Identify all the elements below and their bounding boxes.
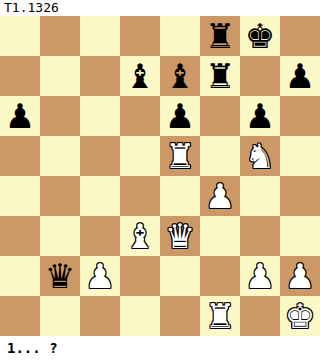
square-a4[interactable] xyxy=(0,176,40,216)
square-h1[interactable]: ♚ xyxy=(280,296,320,336)
white-pawn[interactable]: ♟ xyxy=(85,256,115,296)
square-c1[interactable] xyxy=(80,296,120,336)
square-b6[interactable] xyxy=(40,96,80,136)
square-e6[interactable]: ♟ xyxy=(160,96,200,136)
square-a1[interactable] xyxy=(0,296,40,336)
square-g1[interactable] xyxy=(240,296,280,336)
square-g8[interactable]: ♚ xyxy=(240,16,280,56)
square-h8[interactable] xyxy=(280,16,320,56)
square-h7[interactable]: ♟ xyxy=(280,56,320,96)
square-e5[interactable]: ♜ xyxy=(160,136,200,176)
square-f5[interactable] xyxy=(200,136,240,176)
move-prompt: 1... ? xyxy=(0,336,320,360)
square-d4[interactable] xyxy=(120,176,160,216)
square-b2[interactable]: ♛ xyxy=(40,256,80,296)
square-a2[interactable] xyxy=(0,256,40,296)
white-pawn[interactable]: ♟ xyxy=(205,176,235,216)
black-queen[interactable]: ♛ xyxy=(45,256,75,296)
black-pawn[interactable]: ♟ xyxy=(5,96,35,136)
square-e3[interactable]: ♛ xyxy=(160,216,200,256)
white-bishop[interactable]: ♝ xyxy=(125,216,155,256)
square-g3[interactable] xyxy=(240,216,280,256)
square-f7[interactable]: ♜ xyxy=(200,56,240,96)
square-a3[interactable] xyxy=(0,216,40,256)
black-pawn[interactable]: ♟ xyxy=(245,96,275,136)
square-e1[interactable] xyxy=(160,296,200,336)
square-h5[interactable] xyxy=(280,136,320,176)
square-f4[interactable]: ♟ xyxy=(200,176,240,216)
square-e8[interactable] xyxy=(160,16,200,56)
square-d6[interactable] xyxy=(120,96,160,136)
square-f6[interactable] xyxy=(200,96,240,136)
square-c4[interactable] xyxy=(80,176,120,216)
white-pawn[interactable]: ♟ xyxy=(245,256,275,296)
white-rook[interactable]: ♜ xyxy=(205,296,235,336)
square-c2[interactable]: ♟ xyxy=(80,256,120,296)
square-a8[interactable] xyxy=(0,16,40,56)
square-h3[interactable] xyxy=(280,216,320,256)
square-g2[interactable]: ♟ xyxy=(240,256,280,296)
square-d5[interactable] xyxy=(120,136,160,176)
chess-puzzle-window: T1.1326 ♜♚♝♝♜♟♟♟♟♜♞♟♝♛♛♟♟♟♜♚ 1... ? xyxy=(0,0,320,360)
black-pawn[interactable]: ♟ xyxy=(165,96,195,136)
square-e4[interactable] xyxy=(160,176,200,216)
square-b1[interactable] xyxy=(40,296,80,336)
white-rook[interactable]: ♜ xyxy=(165,136,195,176)
puzzle-id: T1.1326 xyxy=(0,0,320,16)
square-d2[interactable] xyxy=(120,256,160,296)
square-c8[interactable] xyxy=(80,16,120,56)
square-a5[interactable] xyxy=(0,136,40,176)
square-g5[interactable]: ♞ xyxy=(240,136,280,176)
square-b8[interactable] xyxy=(40,16,80,56)
black-king[interactable]: ♚ xyxy=(245,16,275,56)
square-e7[interactable]: ♝ xyxy=(160,56,200,96)
square-c5[interactable] xyxy=(80,136,120,176)
square-b4[interactable] xyxy=(40,176,80,216)
square-g6[interactable]: ♟ xyxy=(240,96,280,136)
square-b7[interactable] xyxy=(40,56,80,96)
square-a6[interactable]: ♟ xyxy=(0,96,40,136)
black-rook[interactable]: ♜ xyxy=(205,16,235,56)
square-h6[interactable] xyxy=(280,96,320,136)
square-d7[interactable]: ♝ xyxy=(120,56,160,96)
square-a7[interactable] xyxy=(0,56,40,96)
black-rook[interactable]: ♜ xyxy=(205,56,235,96)
square-d1[interactable] xyxy=(120,296,160,336)
square-g4[interactable] xyxy=(240,176,280,216)
square-f1[interactable]: ♜ xyxy=(200,296,240,336)
square-b5[interactable] xyxy=(40,136,80,176)
black-bishop[interactable]: ♝ xyxy=(165,56,195,96)
square-d3[interactable]: ♝ xyxy=(120,216,160,256)
black-bishop[interactable]: ♝ xyxy=(125,56,155,96)
square-f2[interactable] xyxy=(200,256,240,296)
white-pawn[interactable]: ♟ xyxy=(285,256,315,296)
chess-board: ♜♚♝♝♜♟♟♟♟♜♞♟♝♛♛♟♟♟♜♚ xyxy=(0,16,320,336)
square-d8[interactable] xyxy=(120,16,160,56)
square-c6[interactable] xyxy=(80,96,120,136)
square-c7[interactable] xyxy=(80,56,120,96)
white-knight[interactable]: ♞ xyxy=(245,136,275,176)
white-queen[interactable]: ♛ xyxy=(165,216,195,256)
square-e2[interactable] xyxy=(160,256,200,296)
square-g7[interactable] xyxy=(240,56,280,96)
square-c3[interactable] xyxy=(80,216,120,256)
square-b3[interactable] xyxy=(40,216,80,256)
white-king[interactable]: ♚ xyxy=(285,296,315,336)
square-f8[interactable]: ♜ xyxy=(200,16,240,56)
square-f3[interactable] xyxy=(200,216,240,256)
square-h2[interactable]: ♟ xyxy=(280,256,320,296)
black-pawn[interactable]: ♟ xyxy=(285,56,315,96)
square-h4[interactable] xyxy=(280,176,320,216)
